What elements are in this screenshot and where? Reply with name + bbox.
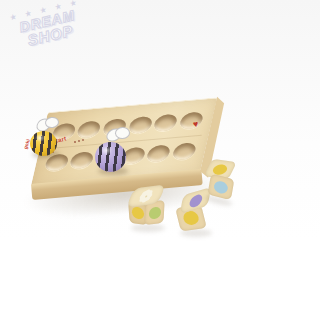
board-hole-r0c4[interactable] bbox=[153, 114, 179, 132]
yellow-dot-icon bbox=[211, 163, 229, 175]
blue-dot-icon bbox=[213, 179, 229, 194]
board-hole-r1c5[interactable] bbox=[172, 142, 198, 160]
bee-purple-piece[interactable] bbox=[95, 126, 133, 176]
bee-shine bbox=[35, 134, 45, 142]
green-dot-icon bbox=[148, 206, 161, 219]
watermark: ★ ★ ★ ★ ★ DREAM SHOP bbox=[0, 0, 97, 53]
bee-yellow-body bbox=[30, 131, 57, 156]
flower-icon bbox=[137, 188, 156, 203]
product-photo: ★ ★ ★ ★ ★ DREAM SHOP ♥ start goki bbox=[0, 0, 320, 320]
bee-shine bbox=[101, 146, 113, 155]
bee-yellow-piece[interactable] bbox=[30, 117, 62, 159]
paint-dots-right bbox=[74, 141, 76, 143]
die-flower-yellow-green[interactable] bbox=[128, 188, 170, 232]
die-shadow bbox=[131, 224, 165, 232]
yellow-dot-icon bbox=[182, 210, 200, 226]
board-hole-r1c1[interactable] bbox=[69, 151, 95, 169]
yellow-dot-icon bbox=[132, 206, 145, 219]
board-hole-r1c4[interactable] bbox=[146, 144, 172, 162]
bee-wing-icon bbox=[115, 127, 130, 140]
bee-purple-body bbox=[95, 142, 126, 172]
bee-wing-icon bbox=[44, 116, 59, 129]
